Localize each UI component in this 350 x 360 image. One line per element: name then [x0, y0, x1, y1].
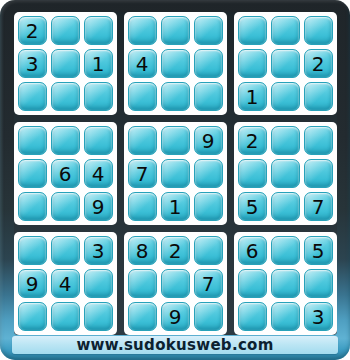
sudoku-cell-r4c8[interactable] [271, 126, 300, 155]
sudoku-cell-r9c9[interactable]: 3 [304, 302, 333, 331]
sudoku-cell-r2c7[interactable] [238, 49, 267, 78]
sudoku-cell-r4c4[interactable] [128, 126, 157, 155]
sudoku-cell-r2c1[interactable]: 3 [18, 49, 47, 78]
sudoku-cell-r5c1[interactable] [18, 159, 47, 188]
sudoku-cell-r8c9[interactable] [304, 269, 333, 298]
sudoku-cell-r4c5[interactable] [161, 126, 190, 155]
sudoku-box: 8279 [124, 232, 227, 335]
sudoku-cell-r5c7[interactable] [238, 159, 267, 188]
sudoku-cell-r6c3[interactable]: 9 [84, 192, 113, 221]
sudoku-cell-r7c6[interactable] [194, 236, 223, 265]
sudoku-cell-r1c1[interactable]: 2 [18, 16, 47, 45]
sudoku-image: 2314216499712573948279653 www.sudokusweb… [0, 0, 350, 360]
sudoku-cell-r1c2[interactable] [51, 16, 80, 45]
sudoku-cell-r7c3[interactable]: 3 [84, 236, 113, 265]
sudoku-cell-r4c3[interactable] [84, 126, 113, 155]
sudoku-cell-r5c2[interactable]: 6 [51, 159, 80, 188]
sudoku-cell-r9c1[interactable] [18, 302, 47, 331]
sudoku-cell-r1c5[interactable] [161, 16, 190, 45]
sudoku-box: 971 [124, 122, 227, 225]
sudoku-cell-r6c8[interactable] [271, 192, 300, 221]
sudoku-cell-r6c9[interactable]: 7 [304, 192, 333, 221]
sudoku-box: 394 [14, 232, 117, 335]
sudoku-cell-r3c3[interactable] [84, 82, 113, 111]
sudoku-cell-r3c5[interactable] [161, 82, 190, 111]
sudoku-cell-r9c8[interactable] [271, 302, 300, 331]
sudoku-cell-r3c7[interactable]: 1 [238, 82, 267, 111]
sudoku-cell-r3c4[interactable] [128, 82, 157, 111]
sudoku-cell-r1c6[interactable] [194, 16, 223, 45]
sudoku-board-frame: 2314216499712573948279653 www.sudokusweb… [0, 0, 350, 360]
sudoku-cell-r9c7[interactable] [238, 302, 267, 331]
sudoku-cell-r8c4[interactable] [128, 269, 157, 298]
sudoku-cell-r3c9[interactable] [304, 82, 333, 111]
sudoku-cell-r8c1[interactable]: 9 [18, 269, 47, 298]
sudoku-cell-r9c5[interactable]: 9 [161, 302, 190, 331]
sudoku-cell-r1c3[interactable] [84, 16, 113, 45]
sudoku-cell-r9c4[interactable] [128, 302, 157, 331]
site-url: www.sudokusweb.com [76, 336, 273, 354]
sudoku-cell-r8c3[interactable] [84, 269, 113, 298]
sudoku-cell-r2c8[interactable] [271, 49, 300, 78]
sudoku-cell-r3c6[interactable] [194, 82, 223, 111]
sudoku-cell-r1c4[interactable] [128, 16, 157, 45]
footer-band: www.sudokusweb.com [12, 336, 338, 354]
sudoku-box: 231 [14, 12, 117, 115]
sudoku-cell-r9c3[interactable] [84, 302, 113, 331]
sudoku-cell-r3c8[interactable] [271, 82, 300, 111]
sudoku-cell-r5c4[interactable]: 7 [128, 159, 157, 188]
sudoku-cell-r6c7[interactable]: 5 [238, 192, 267, 221]
sudoku-cell-r6c2[interactable] [51, 192, 80, 221]
sudoku-cell-r6c4[interactable] [128, 192, 157, 221]
sudoku-cell-r7c8[interactable] [271, 236, 300, 265]
sudoku-grid: 2314216499712573948279653 [14, 12, 337, 335]
sudoku-cell-r8c8[interactable] [271, 269, 300, 298]
sudoku-cell-r8c5[interactable] [161, 269, 190, 298]
sudoku-cell-r4c1[interactable] [18, 126, 47, 155]
sudoku-cell-r5c8[interactable] [271, 159, 300, 188]
sudoku-cell-r3c1[interactable] [18, 82, 47, 111]
sudoku-cell-r2c9[interactable]: 2 [304, 49, 333, 78]
sudoku-cell-r8c7[interactable] [238, 269, 267, 298]
sudoku-box: 257 [234, 122, 337, 225]
sudoku-cell-r7c4[interactable]: 8 [128, 236, 157, 265]
sudoku-cell-r4c2[interactable] [51, 126, 80, 155]
sudoku-cell-r5c5[interactable] [161, 159, 190, 188]
sudoku-cell-r7c2[interactable] [51, 236, 80, 265]
sudoku-cell-r7c1[interactable] [18, 236, 47, 265]
sudoku-box: 4 [124, 12, 227, 115]
sudoku-cell-r4c7[interactable]: 2 [238, 126, 267, 155]
sudoku-box: 21 [234, 12, 337, 115]
sudoku-cell-r2c5[interactable] [161, 49, 190, 78]
sudoku-cell-r6c5[interactable]: 1 [161, 192, 190, 221]
sudoku-cell-r5c3[interactable]: 4 [84, 159, 113, 188]
sudoku-cell-r5c9[interactable] [304, 159, 333, 188]
sudoku-cell-r9c2[interactable] [51, 302, 80, 331]
sudoku-cell-r3c2[interactable] [51, 82, 80, 111]
sudoku-cell-r8c2[interactable]: 4 [51, 269, 80, 298]
sudoku-cell-r2c4[interactable]: 4 [128, 49, 157, 78]
sudoku-cell-r4c6[interactable]: 9 [194, 126, 223, 155]
sudoku-cell-r1c8[interactable] [271, 16, 300, 45]
sudoku-cell-r5c6[interactable] [194, 159, 223, 188]
sudoku-cell-r1c9[interactable] [304, 16, 333, 45]
sudoku-cell-r8c6[interactable]: 7 [194, 269, 223, 298]
sudoku-cell-r1c7[interactable] [238, 16, 267, 45]
sudoku-cell-r9c6[interactable] [194, 302, 223, 331]
sudoku-cell-r2c2[interactable] [51, 49, 80, 78]
sudoku-cell-r7c5[interactable]: 2 [161, 236, 190, 265]
sudoku-cell-r4c9[interactable] [304, 126, 333, 155]
sudoku-cell-r6c6[interactable] [194, 192, 223, 221]
sudoku-cell-r7c7[interactable]: 6 [238, 236, 267, 265]
sudoku-cell-r2c6[interactable] [194, 49, 223, 78]
sudoku-box: 649 [14, 122, 117, 225]
sudoku-cell-r7c9[interactable]: 5 [304, 236, 333, 265]
sudoku-box: 653 [234, 232, 337, 335]
sudoku-cell-r6c1[interactable] [18, 192, 47, 221]
sudoku-cell-r2c3[interactable]: 1 [84, 49, 113, 78]
